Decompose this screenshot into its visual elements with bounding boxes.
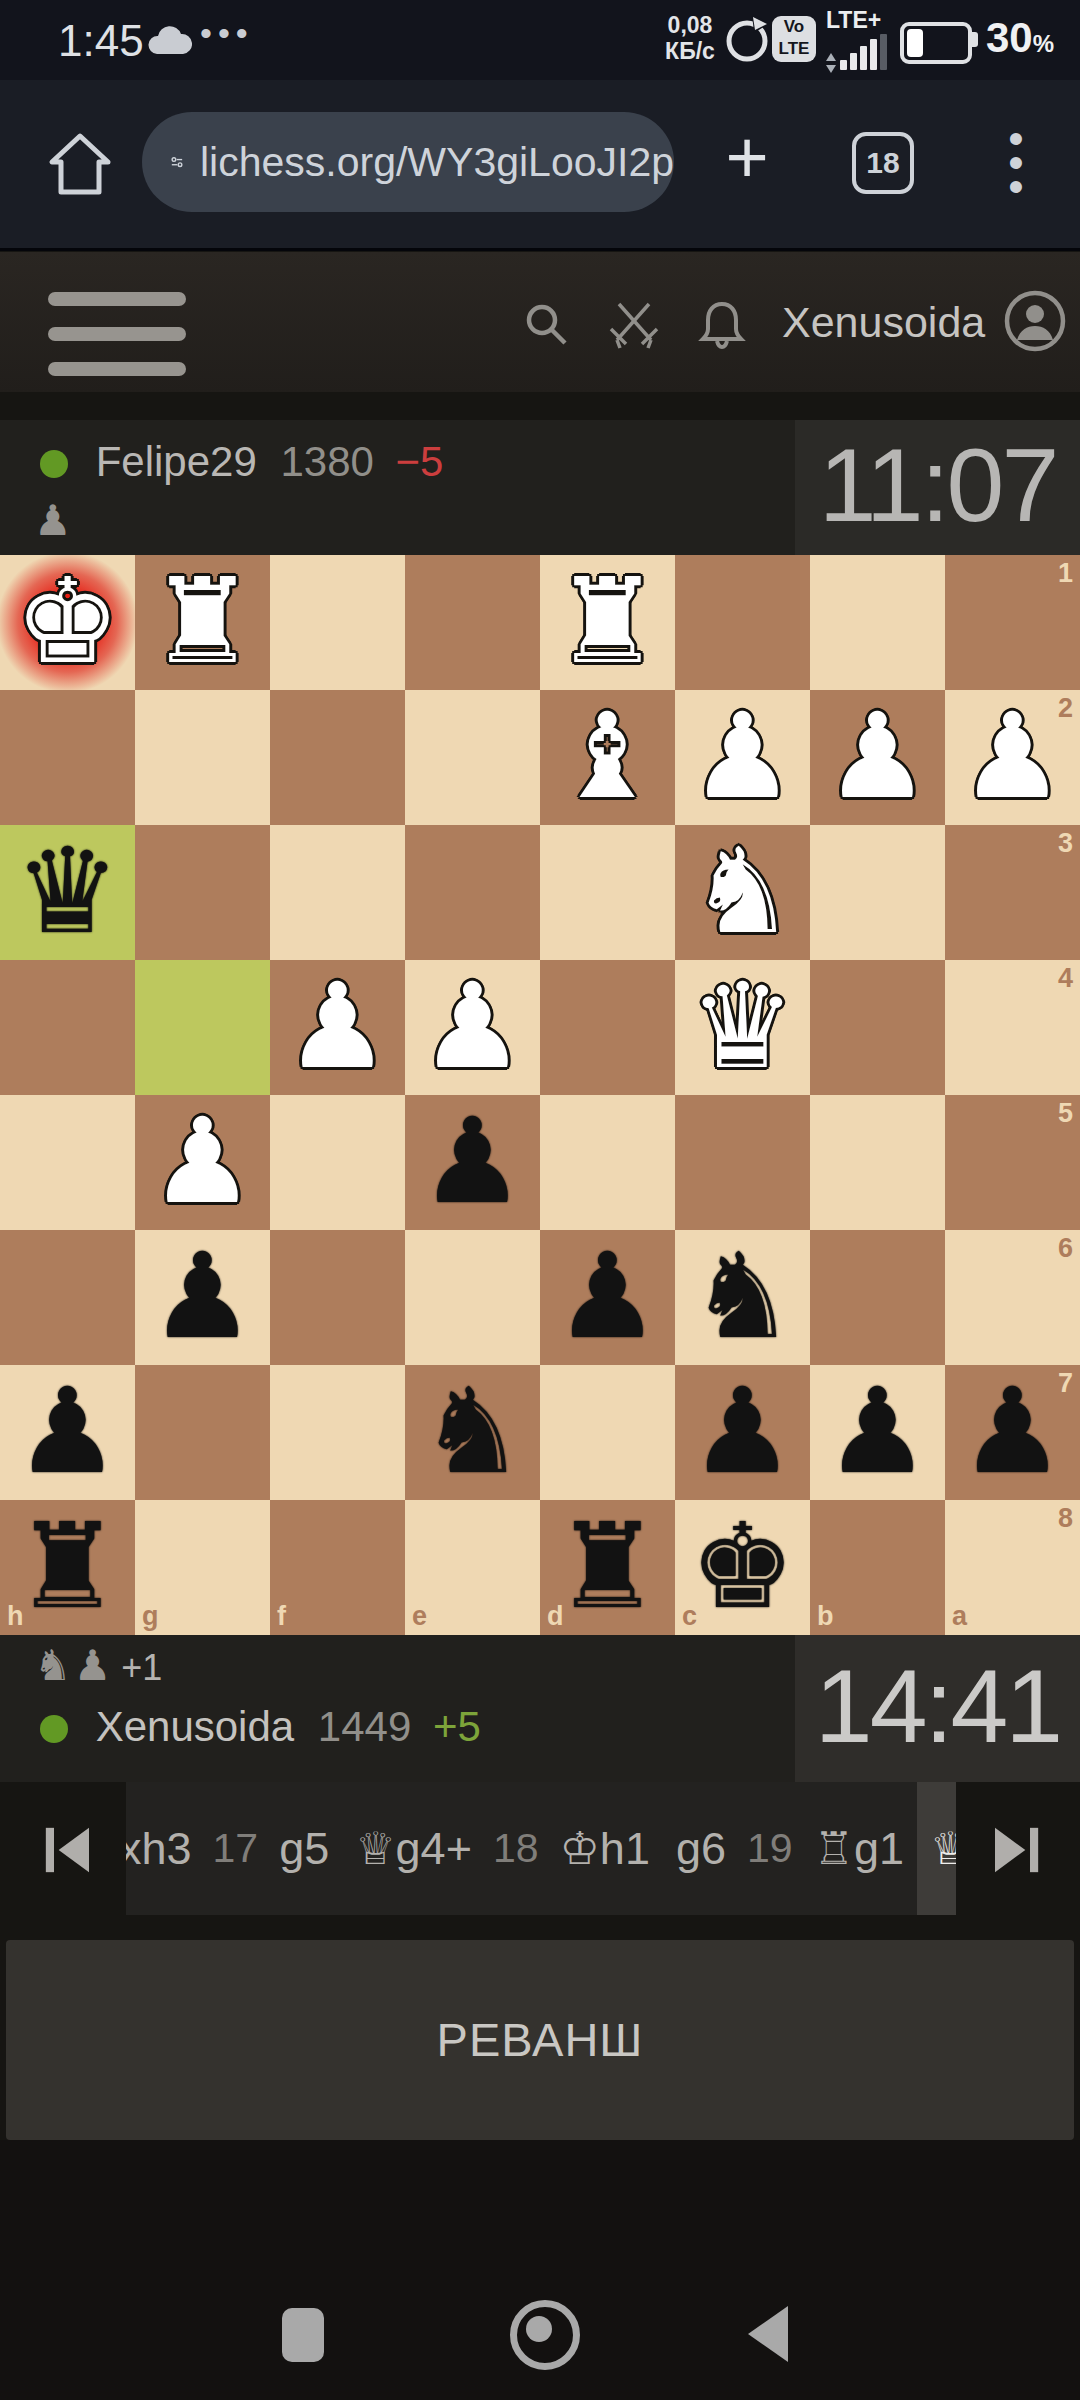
square-a4[interactable]: 4 [945,960,1080,1095]
opponent-captured: ♟ [34,496,74,545]
move-number: 19 [739,1782,801,1915]
player-clock: 14:41 [795,1635,1080,1782]
player-rating-change: +5 [433,1703,481,1750]
data-saver-icon [722,14,772,66]
square-e7[interactable]: ♞ [405,1365,540,1500]
black-knight-e7[interactable]: ♞ [405,1365,540,1500]
square-h8[interactable]: ♜h [0,1500,135,1635]
hamburger-menu-button[interactable] [48,292,188,397]
move[interactable]: ♖g1 [801,1782,917,1915]
move[interactable]: ♔h1 [547,1782,663,1915]
opponent-name[interactable]: Felipe29 [96,438,257,485]
square-f1[interactable] [270,555,405,690]
square-b2[interactable]: ♟ [810,690,945,825]
square-f8[interactable]: f [270,1500,405,1635]
network-type-label: LTE+ [826,8,892,32]
site-header: Xenusoida [0,252,1080,392]
site-settings-icon [170,139,184,185]
rank-label-7: 7 [1058,1368,1073,1399]
white-knight-c3[interactable]: ♞ [675,825,810,960]
rank-label-5: 5 [1058,1098,1073,1129]
file-label-d: d [547,1601,564,1632]
square-a6[interactable]: 6 [945,1230,1080,1365]
black-queen-h3[interactable]: ♛ [0,825,135,960]
move-number: 18 [485,1782,547,1915]
square-c2[interactable]: ♟ [675,690,810,825]
white-pawn-b2[interactable]: ♟ [810,690,945,825]
phone-screen: 1:45 ••• 0,08КБ/с VoLTE LTE+ 30% lichess… [0,0,1080,2400]
network-speed: 0,08КБ/с [660,12,720,64]
white-bishop-d2[interactable]: ♝ [540,690,675,825]
file-label-e: e [412,1601,427,1632]
black-pawn-h7[interactable]: ♟ [0,1365,135,1500]
player-rating: 1449 [318,1703,411,1750]
square-a8[interactable]: a8 [945,1500,1080,1635]
player-info: Xenusoida 1449 +5 [40,1703,481,1751]
white-rook-g1[interactable]: ♜ [135,555,270,690]
captured-piece-icon: ♟ [74,1641,112,1690]
square-b1[interactable] [810,555,945,690]
browser-toolbar: lichess.org/WY3giLooJI2p + 18 ••• [0,80,1080,251]
status-more-icon: ••• [200,14,254,53]
file-label-b: b [817,1601,834,1632]
square-d5[interactable] [540,1095,675,1230]
notifications-bell-icon[interactable] [694,296,750,352]
move[interactable]: xh3 [126,1782,205,1915]
file-label-a: a [952,1601,967,1632]
square-c4[interactable]: ♛ [675,960,810,1095]
signal-indicator: LTE+ [826,8,892,70]
black-pawn-g6[interactable]: ♟ [135,1230,270,1365]
user-avatar-icon[interactable] [1002,288,1068,354]
square-f6[interactable] [270,1230,405,1365]
square-h1[interactable]: ♚ [0,555,135,690]
browser-menu-button[interactable]: ••• [996,126,1036,202]
square-f4[interactable]: ♟ [270,960,405,1095]
volte-badge: VoLTE [772,16,816,62]
move[interactable]: g6 [663,1782,739,1915]
square-a2[interactable]: ♟2 [945,690,1080,825]
back-button[interactable] [748,2306,788,2362]
square-g7[interactable] [135,1365,270,1500]
square-f7[interactable] [270,1365,405,1500]
rank-label-2: 2 [1058,693,1073,724]
search-icon[interactable] [518,296,574,352]
white-pawn-f4[interactable]: ♟ [270,960,405,1095]
square-h3[interactable]: ♛ [0,825,135,960]
weather-cloud-icon [146,20,192,60]
file-label-c: c [682,1601,697,1632]
square-b4[interactable] [810,960,945,1095]
chess-board[interactable]: ♚♜♜1♝♟♟♟2♛♞3♟♟♛4♟♟5♟♟♞6♟♞♟♟♟7♜hgfe♜d♚cba… [0,555,1080,1635]
black-pawn-e5[interactable]: ♟ [405,1095,540,1230]
square-g2[interactable] [135,690,270,825]
square-b3[interactable] [810,825,945,960]
file-label-h: h [7,1601,24,1632]
square-c7[interactable]: ♟ [675,1365,810,1500]
square-h7[interactable]: ♟ [0,1365,135,1500]
new-tab-button[interactable]: + [712,110,782,210]
move-number: 17 [205,1782,267,1915]
square-d4[interactable] [540,960,675,1095]
opponent-rating: 1380 [280,438,373,485]
move-list: xh317g5♕g4+18♔h1g619♖g1♕h3#0-1 [126,1782,956,1915]
url-bar[interactable]: lichess.org/WY3giLooJI2p [142,112,674,212]
battery-percent: 30% [986,14,1054,62]
tab-counter-button[interactable]: 18 [852,132,914,194]
square-f5[interactable] [270,1095,405,1230]
square-e4[interactable]: ♟ [405,960,540,1095]
black-pawn-b7[interactable]: ♟ [810,1365,945,1500]
online-dot [40,1715,68,1743]
square-d6[interactable]: ♟ [540,1230,675,1365]
captured-piece-icon: ♞ [34,1641,72,1690]
square-b7[interactable]: ♟ [810,1365,945,1500]
square-d2[interactable]: ♝ [540,690,675,825]
square-h6[interactable] [0,1230,135,1365]
square-f2[interactable] [270,690,405,825]
move[interactable]: ♕g4+ [342,1782,485,1915]
rank-label-8: 8 [1058,1503,1073,1534]
square-d1[interactable]: ♜ [540,555,675,690]
signal-bars-icon [826,34,892,70]
white-pawn-g5[interactable]: ♟ [135,1095,270,1230]
square-e8[interactable]: e [405,1500,540,1635]
battery-icon [900,22,972,64]
jump-to-start-button[interactable] [40,1822,96,1878]
square-c1[interactable] [675,555,810,690]
square-b8[interactable]: b [810,1500,945,1635]
status-time: 1:45 [58,16,144,66]
url-text: lichess.org/WY3giLooJI2p [200,139,674,186]
rank-label-4: 4 [1058,963,1073,994]
square-g3[interactable] [135,825,270,960]
square-g6[interactable]: ♟ [135,1230,270,1365]
jump-to-end-button[interactable] [988,1822,1044,1878]
android-home-button[interactable] [510,2300,580,2370]
white-king-h1[interactable]: ♚ [0,555,135,690]
move[interactable]: g5 [266,1782,342,1915]
material-advantage: +1 [121,1647,162,1688]
square-d3[interactable] [540,825,675,960]
rank-label-6: 6 [1058,1233,1073,1264]
file-label-g: g [142,1601,159,1632]
data-activity-icon [826,48,836,70]
home-button[interactable] [42,126,118,202]
rematch-button[interactable]: РЕВАНШ [6,1940,1074,2140]
square-d7[interactable] [540,1365,675,1500]
white-rook-d1[interactable]: ♜ [540,555,675,690]
crossed-swords-icon[interactable] [606,296,662,352]
opponent-clock: 11:07 [795,420,1080,555]
square-e6[interactable] [405,1230,540,1365]
square-d8[interactable]: ♜d [540,1500,675,1635]
square-c8[interactable]: ♚c [675,1500,810,1635]
square-h4[interactable] [0,960,135,1095]
square-c5[interactable] [675,1095,810,1230]
square-h2[interactable] [0,690,135,825]
black-knight-c6[interactable]: ♞ [675,1230,810,1365]
square-b5[interactable] [810,1095,945,1230]
black-pawn-d6[interactable]: ♟ [540,1230,675,1365]
rank-label-3: 3 [1058,828,1073,859]
square-e3[interactable] [405,825,540,960]
square-e5[interactable]: ♟ [405,1095,540,1230]
rank-label-1: 1 [1058,558,1073,589]
opponent-rating-change: −5 [396,438,444,485]
white-pawn-e4[interactable]: ♟ [405,960,540,1095]
square-e2[interactable] [405,690,540,825]
square-a7[interactable]: ♟7 [945,1365,1080,1500]
player-captured: ♞♟+1 [34,1641,162,1690]
file-label-f: f [277,1601,286,1632]
square-b6[interactable] [810,1230,945,1365]
opponent-info: Felipe29 1380 −5 [40,438,443,486]
square-g1[interactable]: ♜ [135,555,270,690]
move[interactable]: ♕h3# [917,1782,956,1915]
square-g5[interactable]: ♟ [135,1095,270,1230]
move-bar: xh317g5♕g4+18♔h1g619♖g1♕h3#0-1 [0,1782,1080,1915]
white-queen-c4[interactable]: ♛ [675,960,810,1095]
black-pawn-c7[interactable]: ♟ [675,1365,810,1500]
header-username[interactable]: Xenusoida [782,298,985,347]
recents-button[interactable] [282,2308,324,2362]
square-a5[interactable]: 5 [945,1095,1080,1230]
square-a1[interactable]: 1 [945,555,1080,690]
android-nav-bar [0,2140,1080,2400]
square-e1[interactable] [405,555,540,690]
square-g8[interactable]: g [135,1500,270,1635]
square-c6[interactable]: ♞ [675,1230,810,1365]
square-f3[interactable] [270,825,405,960]
white-pawn-c2[interactable]: ♟ [675,690,810,825]
battery-cap [972,32,978,47]
status-bar: 1:45 ••• 0,08КБ/с VoLTE LTE+ 30% [0,0,1080,80]
square-h5[interactable] [0,1095,135,1230]
captured-piece-icon: ♟ [34,496,72,545]
player-name[interactable]: Xenusoida [96,1703,295,1750]
square-a3[interactable]: 3 [945,825,1080,960]
square-c3[interactable]: ♞ [675,825,810,960]
online-dot [40,450,68,478]
square-g4[interactable] [135,960,270,1095]
